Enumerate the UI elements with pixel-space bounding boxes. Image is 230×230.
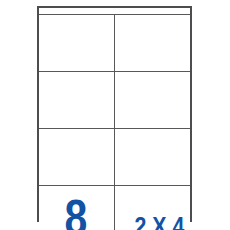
label-sheet-page: 8 2 X 4 xyxy=(37,6,192,222)
label-grid-2x4: 8 2 X 4 xyxy=(39,15,190,230)
label-cell-r3c1 xyxy=(39,129,115,186)
label-cell-r3c2 xyxy=(115,129,191,186)
layout-dimensions-text: 2 X 4 xyxy=(134,213,184,230)
label-cell-r1c2 xyxy=(115,15,191,72)
label-cell-r2c1 xyxy=(39,72,115,129)
product-image-background: 8 2 X 4 xyxy=(0,0,230,230)
label-cell-layout: 2 X 4 xyxy=(115,186,191,230)
label-cell-r2c2 xyxy=(115,72,191,129)
label-count-text: 8 xyxy=(65,193,88,230)
top-margin-strip xyxy=(39,8,190,15)
label-cell-r1c1 xyxy=(39,15,115,72)
label-cell-count: 8 xyxy=(39,186,115,230)
